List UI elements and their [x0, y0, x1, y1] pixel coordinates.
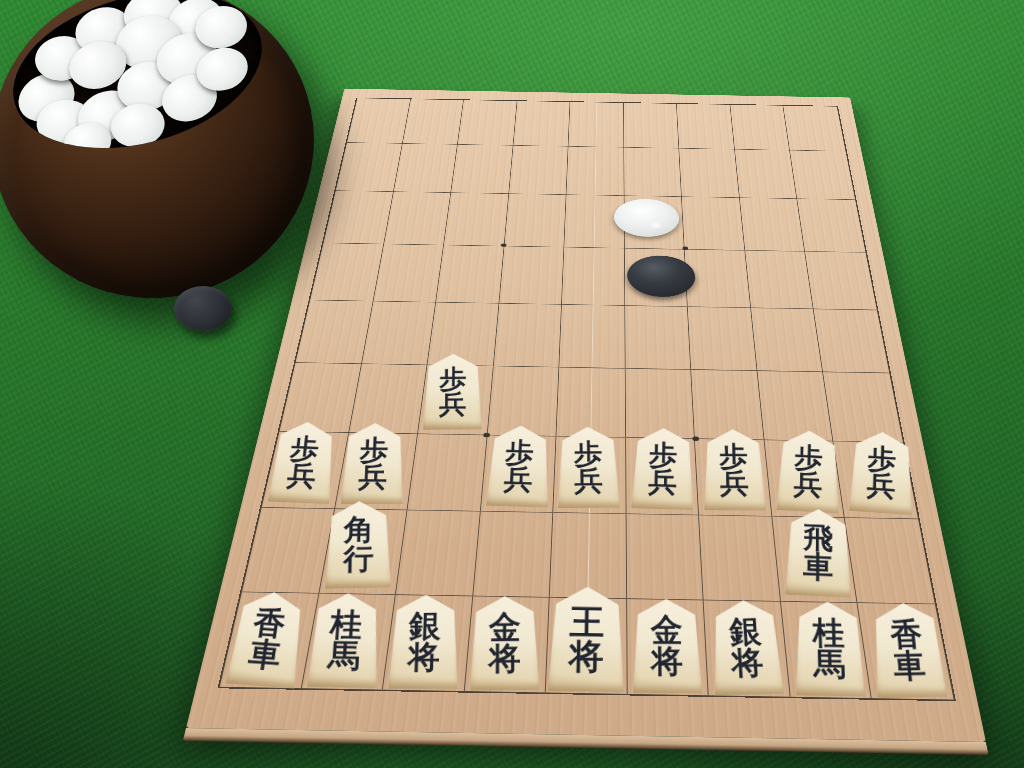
board-cell-r5c8[interactable]: [751, 308, 823, 372]
shogi-piece-pawn[interactable]: 歩兵: [341, 423, 406, 504]
piece-kanji: 将: [730, 647, 764, 679]
board-cell-r2c7[interactable]: [679, 148, 739, 197]
piece-kanji: 馬: [813, 648, 846, 680]
board-cell-r2c8[interactable]: [735, 149, 798, 198]
board-cell-r4c3[interactable]: [436, 245, 504, 303]
board-cell-r7c2[interactable]: 歩兵: [335, 433, 418, 510]
shogi-piece-lance[interactable]: 香車: [869, 602, 947, 698]
board-cell-r6c5[interactable]: [557, 367, 626, 437]
board-cell-r1c8[interactable]: [730, 105, 790, 151]
board-cell-r3c7[interactable]: [682, 197, 745, 251]
board-cell-r1c1[interactable]: [347, 98, 411, 143]
piece-kanji: 兵: [439, 391, 466, 416]
board-cell-r3c3[interactable]: [444, 193, 509, 246]
piece-kanji: 銀: [409, 610, 442, 641]
piece-kanji: 王: [570, 604, 605, 638]
shogi-piece-pawn[interactable]: 歩兵: [849, 430, 914, 515]
board-cell-r9c6[interactable]: 金将: [627, 599, 709, 695]
shogi-piece-knight[interactable]: 桂馬: [307, 593, 382, 688]
board-cell-r8c6[interactable]: [626, 514, 704, 600]
piece-kanji: 金: [651, 614, 683, 645]
board-cell-r5c9[interactable]: [814, 309, 889, 373]
shogi-piece-pawn[interactable]: 歩兵: [702, 429, 766, 510]
piece-kanji: 馬: [327, 640, 361, 672]
board-cell-r1c2[interactable]: [402, 99, 464, 144]
board-cell-r2c4[interactable]: [509, 146, 569, 195]
board-cell-r8c1[interactable]: [242, 508, 335, 594]
board-grid: 歩兵歩兵歩兵歩兵歩兵歩兵歩兵歩兵歩兵角行飛車香車桂馬銀将金将王将金将銀将桂馬香車: [217, 98, 955, 702]
board-cell-r2c9[interactable]: [790, 150, 855, 199]
shogi-piece-pawn[interactable]: 歩兵: [423, 354, 482, 430]
board-cell-r6c2[interactable]: [349, 364, 428, 434]
piece-kanji: 兵: [794, 470, 823, 499]
shogi-piece-gold[interactable]: 金将: [632, 599, 702, 693]
board-cell-r4c8[interactable]: [745, 250, 814, 309]
board-cell-r2c5[interactable]: [567, 147, 625, 196]
shogi-piece-lance[interactable]: 香車: [226, 590, 308, 689]
board-cell-r7c9[interactable]: 歩兵: [834, 441, 918, 519]
board-cell-r9c7[interactable]: 銀将: [704, 600, 791, 696]
piece-kanji: 兵: [575, 467, 604, 494]
board-cell-r2c6[interactable]: [624, 147, 682, 196]
board-cell-r6c6[interactable]: [625, 369, 695, 439]
board-cell-r8c4[interactable]: [473, 512, 554, 598]
piece-kanji: 兵: [719, 470, 748, 497]
board-cell-r7c8[interactable]: 歩兵: [764, 440, 845, 518]
board-cell-r5c5[interactable]: [559, 305, 625, 369]
piece-kanji: 兵: [503, 465, 533, 493]
piece-kanji: 兵: [867, 471, 896, 500]
board-cell-r8c3[interactable]: [396, 510, 481, 596]
board-cell-r6c3[interactable]: 歩兵: [418, 365, 493, 435]
board-cell-r1c6[interactable]: [624, 103, 680, 149]
board-cell-r9c4[interactable]: 金将: [464, 596, 549, 692]
board-cell-r5c2[interactable]: [361, 301, 436, 365]
board-cell-r8c2[interactable]: 角行: [319, 509, 408, 595]
photo-scene: 歩兵歩兵歩兵歩兵歩兵歩兵歩兵歩兵歩兵角行飛車香車桂馬銀将金将王将金将銀将桂馬香車: [0, 0, 1024, 768]
board-cell-r3c4[interactable]: [504, 194, 566, 248]
board-cell-r8c8[interactable]: 飛車: [772, 517, 858, 603]
board-cell-r5c4[interactable]: [493, 304, 562, 368]
board-cell-r3c6[interactable]: [624, 196, 685, 250]
board-cell-r4c4[interactable]: [499, 246, 564, 304]
board-cell-r1c3[interactable]: [458, 100, 517, 145]
board-cell-r7c4[interactable]: 歩兵: [480, 435, 556, 513]
board-cell-r5c7[interactable]: [688, 307, 757, 371]
shogi-piece-pawn[interactable]: 歩兵: [558, 427, 621, 508]
board-cell-r4c6[interactable]: [625, 248, 688, 306]
board-cell-r8c5[interactable]: [550, 513, 627, 599]
shogi-piece-pawn[interactable]: 歩兵: [268, 421, 338, 504]
shogi-piece-silver[interactable]: 銀将: [389, 595, 461, 689]
piece-kanji: 行: [343, 544, 374, 574]
board-cell-r7c5[interactable]: 歩兵: [553, 436, 626, 514]
piece-kanji: 兵: [648, 468, 677, 496]
board-cell-r3c8[interactable]: [740, 198, 806, 252]
board-cell-r7c6[interactable]: 歩兵: [626, 438, 699, 516]
shogi-piece-knight[interactable]: 桂馬: [794, 601, 866, 696]
board-cell-r9c9[interactable]: 香車: [858, 603, 954, 700]
piece-kanji: 将: [489, 643, 521, 675]
board-cell-r9c8[interactable]: 桂馬: [781, 602, 872, 699]
shogi-piece-pawn[interactable]: 歩兵: [486, 425, 551, 508]
board-cell-r1c7[interactable]: [677, 104, 735, 150]
board-cell-r2c3[interactable]: [451, 145, 513, 194]
bowl-opening: [0, 0, 279, 174]
piece-kanji: 将: [408, 641, 441, 673]
shogi-piece-bishop[interactable]: 角行: [325, 501, 391, 589]
board-cell-r2c2[interactable]: [393, 144, 457, 193]
shogi-piece-silver[interactable]: 銀将: [709, 600, 783, 696]
board-cell-r9c5[interactable]: 王将: [546, 598, 628, 694]
board-cell-r3c9[interactable]: [797, 199, 865, 253]
shogi-piece-gold[interactable]: 金将: [470, 596, 539, 691]
piece-kanji: 兵: [286, 462, 317, 490]
loose-black-go-stone[interactable]: [174, 286, 232, 331]
shogi-piece-rook[interactable]: 飛車: [785, 508, 850, 598]
board-cell-r6c7[interactable]: [691, 370, 764, 440]
board-cell-r7c3[interactable]: [408, 434, 488, 511]
piece-kanji: 車: [803, 552, 833, 582]
board-cell-r4c1[interactable]: [310, 243, 384, 301]
piece-kanji: 車: [892, 650, 927, 682]
board-cell-r4c5[interactable]: [562, 247, 625, 305]
star-point: [682, 247, 688, 251]
shogi-piece-pawn[interactable]: 歩兵: [777, 429, 840, 513]
board-cell-r1c5[interactable]: [569, 102, 624, 148]
piece-kanji: 将: [651, 646, 683, 678]
piece-kanji: 将: [569, 638, 604, 673]
shogi-piece-king[interactable]: 王将: [548, 586, 625, 692]
board-cell-r6c9[interactable]: [823, 372, 903, 442]
piece-kanji: 車: [247, 638, 283, 672]
board-cell-r6c4[interactable]: [487, 366, 559, 436]
board-cell-r3c2[interactable]: [384, 192, 451, 245]
board-cell-r4c2[interactable]: [373, 244, 444, 302]
board-cell-r6c8[interactable]: [757, 371, 833, 441]
white-go-stone[interactable]: [614, 198, 680, 237]
board-cell-r9c3[interactable]: 銀将: [383, 595, 473, 691]
piece-kanji: 兵: [358, 463, 388, 490]
board-cell-r3c1[interactable]: [323, 191, 393, 244]
board-cell-r1c4[interactable]: [513, 101, 570, 147]
board-cell-r2c1[interactable]: [336, 143, 403, 192]
board-cell-r1c9[interactable]: [783, 106, 845, 152]
board-cell-r7c7[interactable]: 歩兵: [695, 439, 772, 517]
board-cell-r5c3[interactable]: [427, 302, 499, 366]
star-point: [692, 436, 699, 441]
board-cell-r4c9[interactable]: [805, 252, 877, 311]
board-cell-r8c9[interactable]: [845, 518, 935, 604]
board-cell-r8c7[interactable]: [699, 515, 781, 601]
board-cell-r5c6[interactable]: [625, 306, 691, 370]
shogi-piece-pawn[interactable]: 歩兵: [631, 427, 694, 510]
board-cell-r5c1[interactable]: [296, 300, 374, 364]
board-cell-r6c1[interactable]: [279, 363, 361, 433]
board-cell-r7c1[interactable]: 歩兵: [262, 432, 349, 509]
board-cell-r9c2[interactable]: 桂馬: [301, 594, 396, 690]
